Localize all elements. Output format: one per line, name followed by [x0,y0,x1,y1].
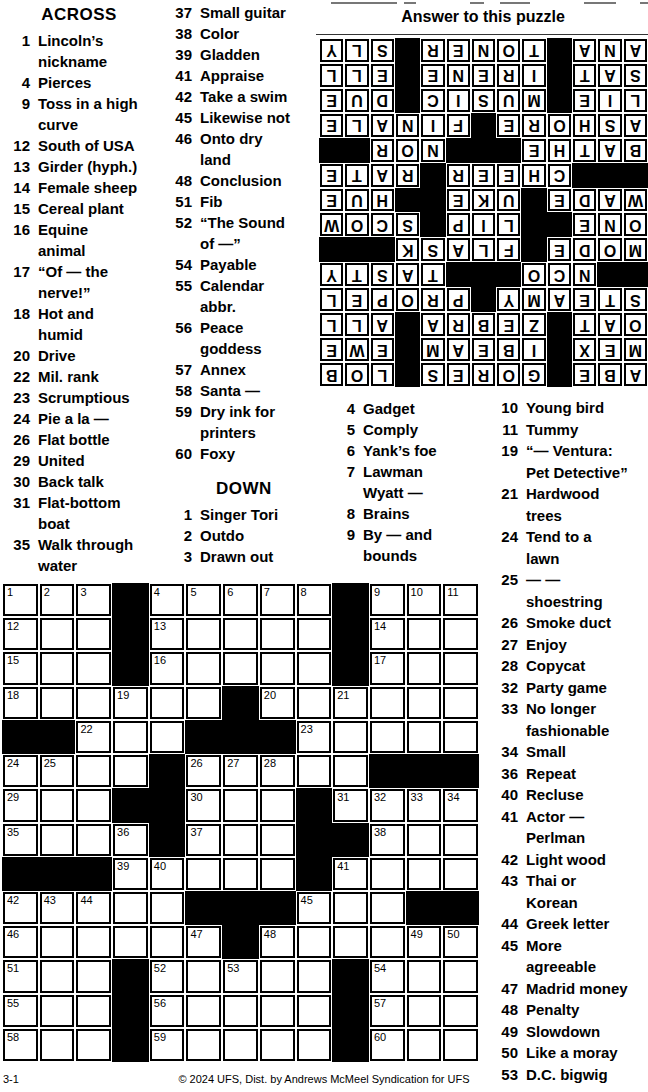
clue-across-13: 13Girder (hyph.) [2,156,156,177]
answer-letter-cell: A [597,138,622,163]
crossword-page: ACROSS 1Lincoln’s nickname4Pierces9Toss … [0,0,648,1092]
clue-text: Santa — [200,380,324,401]
clue-text: Appraise [200,65,324,86]
puzzle-cell[interactable] [39,925,76,959]
clue-across-30: 30Back talk [2,471,156,492]
answer-letter-cell: U [496,188,521,213]
cell-number: 37 [190,827,202,838]
answer-letter-cell: O [496,362,521,387]
puzzle-cell[interactable] [296,617,333,651]
clue-across-29: 29United [2,450,156,471]
puzzle-block-cell [296,823,333,857]
answer-letter-cell: T [572,312,597,337]
answer-letter-cell: L [344,63,369,88]
puzzle-cell[interactable]: 16 [149,651,186,685]
clue-text: Back talk [38,471,156,492]
puzzle-cell[interactable]: 27 [222,754,259,788]
answer-block-cell [572,163,597,188]
cell-number: 33 [411,792,423,803]
footer: 3-1 © 2024 UFS, Dist. by Andrews McMeel … [0,1073,648,1085]
puzzle-cell[interactable] [185,686,222,720]
answer-letter-cell: R [420,38,445,63]
answer-letter-cell: E [597,337,622,362]
puzzle-cell[interactable]: 18 [2,686,39,720]
clue-number: 16 [2,219,30,240]
clue-across-26: 26Flat bottle [2,429,156,450]
puzzle-cell[interactable] [39,686,76,720]
clue-text: Tend to a lawn [526,526,648,569]
answer-letter-cell: H [370,188,395,213]
puzzle-cell[interactable]: 47 [185,925,222,959]
puzzle-cell[interactable] [296,686,333,720]
answer-letter-cell: U [344,88,369,113]
puzzle-cell[interactable]: 19 [112,686,149,720]
puzzle-cell[interactable] [185,994,222,1028]
answer-block-cell [547,213,572,238]
answer-block-cell [395,312,420,337]
puzzle-cell[interactable] [442,994,479,1028]
answer-block-cell [547,337,572,362]
clue-text: Light wood [526,849,648,871]
clue-text: “Of — the nerve!” [38,261,156,303]
puzzle-cell[interactable]: 49 [406,925,443,959]
answer-letter-cell: H [572,113,597,138]
clue-text: Fib [200,191,324,212]
cell-number: 30 [190,792,202,803]
puzzle-cell[interactable] [39,1028,76,1062]
puzzle-cell[interactable] [222,617,259,651]
puzzle-cell[interactable]: 36 [112,823,149,857]
puzzle-cell[interactable]: 44 [75,891,112,925]
clue-text: Girder (hyph.) [38,156,156,177]
puzzle-block-cell [332,959,369,993]
clue-text: Madrid money [526,978,648,1000]
clue-down-28: 28Copycat [490,655,648,677]
puzzle-block-cell [39,720,76,754]
puzzle-cell[interactable] [406,959,443,993]
cell-number: 9 [374,587,380,598]
answer-letter-cell: T [597,287,622,312]
puzzle-block-cell [222,891,259,925]
puzzle-cell[interactable] [185,1028,222,1062]
puzzle-cell[interactable]: 17 [369,651,406,685]
puzzle-cell[interactable]: 48 [259,925,296,959]
puzzle-cell[interactable] [222,1028,259,1062]
puzzle-cell[interactable] [222,857,259,891]
puzzle-cell[interactable]: 30 [185,788,222,822]
puzzle-cell[interactable] [296,925,333,959]
answer-letter-cell: N [471,38,496,63]
answer-block-cell [547,362,572,387]
puzzle-cell[interactable]: 4 [149,583,186,617]
clue-across-15: 15Cereal plant [2,198,156,219]
cell-number: 55 [7,998,19,1009]
clue-number: 11 [490,419,518,441]
puzzle-cell[interactable]: 51 [2,959,39,993]
puzzle-cell[interactable] [259,994,296,1028]
puzzle-block-cell [112,583,149,617]
puzzle-cell[interactable]: 37 [185,823,222,857]
answer-letter-cell: S [420,362,445,387]
clue-text: Drawn out [200,546,324,567]
answer-letter-cell: O [547,113,572,138]
cell-number: 47 [190,929,202,940]
puzzle-cell[interactable] [406,1028,443,1062]
clue-text: United [38,450,156,471]
clue-number: 51 [164,191,192,212]
answer-letter-cell: D [572,188,597,213]
puzzle-cell[interactable]: 12 [2,617,39,651]
puzzle-block-cell [149,754,186,788]
puzzle-cell[interactable]: 21 [332,686,369,720]
clue-text: Recluse [526,784,648,806]
clue-number: 45 [164,107,192,128]
puzzle-cell[interactable]: 55 [2,994,39,1028]
answer-letter-cell: L [319,287,344,312]
answer-letter-cell: E [319,88,344,113]
puzzle-cell[interactable]: 42 [2,891,39,925]
puzzle-cell[interactable] [442,823,479,857]
answer-letter-cell: I [420,113,445,138]
puzzle-cell[interactable] [442,1028,479,1062]
clue-number: 24 [2,408,30,429]
clue-text: Tummy [526,419,648,441]
puzzle-cell[interactable] [222,823,259,857]
cell-number: 48 [264,929,276,940]
answer-letter-cell: R [521,113,546,138]
answer-letter-cell: A [420,312,445,337]
puzzle-cell[interactable] [406,651,443,685]
answer-letter-cell: W [623,188,648,213]
puzzle-cell[interactable] [332,720,369,754]
answer-letter-cell: M [521,88,546,113]
answer-letter-cell: B [623,138,648,163]
puzzle-cell[interactable]: 57 [369,994,406,1028]
answer-letter-cell: E [572,287,597,312]
cell-number: 23 [301,724,313,735]
answer-letter-cell: T [420,262,445,287]
puzzle-cell[interactable]: 38 [369,823,406,857]
cell-number: 20 [264,690,276,701]
puzzle-cell[interactable] [185,857,222,891]
puzzle-cell[interactable] [75,754,112,788]
puzzle-cell[interactable] [185,617,222,651]
puzzle-cell[interactable]: 34 [442,788,479,822]
puzzle-cell[interactable] [39,994,76,1028]
puzzle-cell[interactable]: 59 [149,1028,186,1062]
clue-number: 55 [164,275,192,296]
answer-letter-cell: R [420,287,445,312]
puzzle-block-cell [112,651,149,685]
answer-block-cell [521,188,546,213]
puzzle-cell[interactable] [259,788,296,822]
puzzle-cell[interactable] [406,857,443,891]
answer-letter-cell: M [521,287,546,312]
puzzle-cell[interactable]: 3 [75,583,112,617]
puzzle-cell[interactable] [442,857,479,891]
puzzle-cell[interactable] [406,720,443,754]
puzzle-cell[interactable]: 54 [369,959,406,993]
clue-down-36: 36Repeat [490,763,648,785]
puzzle-cell[interactable] [259,617,296,651]
clue-text: Annex [200,359,324,380]
answer-letter-cell: O [521,262,546,287]
puzzle-cell[interactable] [75,651,112,685]
puzzle-cell[interactable] [369,686,406,720]
answer-block-cell [395,362,420,387]
puzzle-cell[interactable] [39,959,76,993]
answer-letter-cell: R [446,163,471,188]
puzzle-cell[interactable]: 50 [442,925,479,959]
clue-down-32: 32Party game [490,677,648,699]
puzzle-cell[interactable]: 15 [2,651,39,685]
puzzle-cell[interactable] [332,925,369,959]
puzzle-cell[interactable]: 56 [149,994,186,1028]
puzzle-cell[interactable]: 41 [332,857,369,891]
answer-letter-cell: L [471,237,496,262]
clue-down-45: 45More agreeable [490,935,648,978]
answer-letter-cell: I [521,63,546,88]
puzzle-cell[interactable] [75,925,112,959]
clue-down-6: 6Yank’s foe [327,440,479,461]
answer-letter-cell: E [496,113,521,138]
puzzle-cell[interactable]: 9 [369,583,406,617]
puzzle-cell[interactable] [112,754,149,788]
cell-number: 35 [7,827,19,838]
puzzle-cell[interactable] [259,1028,296,1062]
puzzle-cell[interactable] [406,686,443,720]
puzzle-cell[interactable]: 24 [2,754,39,788]
puzzle-cell[interactable] [369,720,406,754]
answer-letter-cell: O [597,237,622,262]
clue-text: Female sheep [38,177,156,198]
puzzle-cell[interactable]: 8 [296,583,333,617]
puzzle-cell[interactable] [75,959,112,993]
puzzle-cell[interactable] [75,823,112,857]
answer-letter-cell: P [446,213,471,238]
puzzle-cell[interactable] [406,617,443,651]
puzzle-cell[interactable] [296,994,333,1028]
answer-block-cell [344,237,369,262]
answer-letter-cell: L [319,312,344,337]
puzzle-cell[interactable]: 35 [2,823,39,857]
puzzle-cell[interactable] [406,994,443,1028]
puzzle-cell[interactable]: 32 [369,788,406,822]
puzzle-cell[interactable] [222,994,259,1028]
puzzle-cell[interactable]: 11 [442,583,479,617]
puzzle-cell[interactable]: 40 [149,857,186,891]
clue-across-16: 16Equine animal [2,219,156,261]
puzzle-cell[interactable] [149,925,186,959]
puzzle-cell[interactable] [442,959,479,993]
puzzle-cell[interactable]: 46 [2,925,39,959]
clue-down-9: 9By — and bounds [327,524,479,566]
puzzle-cell[interactable]: 20 [259,686,296,720]
puzzle-cell[interactable] [39,651,76,685]
puzzle-cell[interactable] [406,823,443,857]
puzzle-cell[interactable] [259,823,296,857]
answer-letter-cell: L [344,113,369,138]
clue-text: Copycat [526,655,648,677]
puzzle-block-cell [149,788,186,822]
cell-number: 50 [447,929,459,940]
puzzle-cell[interactable] [75,788,112,822]
puzzle-cell[interactable]: 10 [406,583,443,617]
answer-letter-cell: T [344,262,369,287]
puzzle-cell[interactable] [39,788,76,822]
puzzle-cell[interactable]: 23 [296,720,333,754]
clue-number: 8 [327,503,355,524]
puzzle-cell[interactable]: 31 [332,788,369,822]
puzzle-cell[interactable] [369,857,406,891]
puzzle-cell[interactable]: 13 [149,617,186,651]
answer-letter-cell: I [446,88,471,113]
clue-across-23: 23Scrumptious [2,387,156,408]
puzzle-cell[interactable] [332,891,369,925]
clue-down-4: 4Gadget [327,398,479,419]
crop-artifact [470,2,484,4]
puzzle-cell[interactable] [442,686,479,720]
clue-text: Equine animal [38,219,156,261]
puzzle-cell[interactable] [442,651,479,685]
cell-number: 41 [337,861,349,872]
puzzle-cell[interactable]: 52 [149,959,186,993]
crop-artifact [331,2,397,4]
answer-letter-cell: T [572,63,597,88]
puzzle-cell[interactable]: 53 [222,959,259,993]
answer-letter-cell: G [521,362,546,387]
clue-down-47: 47Madrid money [490,978,648,1000]
puzzle-cell[interactable]: 2 [39,583,76,617]
puzzle-cell[interactable] [259,651,296,685]
puzzle-cell[interactable]: 1 [2,583,39,617]
puzzle-cell[interactable] [149,720,186,754]
puzzle-cell[interactable] [185,651,222,685]
answer-letter-cell: C [547,163,572,188]
answer-letter-cell: M [623,337,648,362]
puzzle-cell[interactable] [39,617,76,651]
down-clue-list-2: 4Gadget5Comply6Yank’s foe7Lawman Wyatt —… [327,398,479,566]
puzzle-cell[interactable]: 29 [2,788,39,822]
answer-letter-cell: S [471,88,496,113]
puzzle-cell[interactable] [112,720,149,754]
answer-letter-cell: E [446,188,471,213]
clue-text: Calendar abbr. [200,275,324,317]
cell-number: 17 [374,655,386,666]
puzzle-cell[interactable] [442,617,479,651]
clue-text: Likewise not [200,107,324,128]
clue-text: Yank’s foe [363,440,479,461]
puzzle-cell[interactable] [75,1028,112,1062]
puzzle-cell[interactable]: 58 [2,1028,39,1062]
puzzle-cell[interactable]: 6 [222,583,259,617]
puzzle-cell[interactable]: 7 [259,583,296,617]
clue-number: 14 [2,177,30,198]
puzzle-cell[interactable] [259,959,296,993]
clue-text: Singer Tori [200,504,324,525]
puzzle-cell[interactable] [222,788,259,822]
puzzle-cell[interactable] [222,651,259,685]
puzzle-cell[interactable] [296,959,333,993]
clue-number: 50 [490,1042,518,1064]
puzzle-cell[interactable]: 22 [75,720,112,754]
answer-title: Answer to this puzzle [318,8,648,26]
puzzle-cell[interactable]: 45 [296,891,333,925]
clue-number: 4 [327,398,355,419]
puzzle-cell[interactable] [369,925,406,959]
answer-block-cell [471,113,496,138]
clue-number: 23 [2,387,30,408]
puzzle-block-cell [332,651,369,685]
puzzle-cell[interactable] [112,925,149,959]
down-clue-list-1: 1Singer Tori2Outdo3Drawn out [164,504,324,567]
cell-number: 11 [447,587,458,598]
puzzle-cell[interactable] [75,994,112,1028]
clue-across-55: 55Calendar abbr. [164,275,324,317]
cell-number: 7 [264,587,270,598]
puzzle-cell[interactable] [112,891,149,925]
puzzle-cell[interactable] [296,754,333,788]
clue-down-24: 24Tend to a lawn [490,526,648,569]
puzzle-cell[interactable] [149,891,186,925]
puzzle-cell[interactable]: 33 [406,788,443,822]
puzzle-cell[interactable]: 28 [259,754,296,788]
clue-number: 54 [164,254,192,275]
clue-number: 41 [164,65,192,86]
answer-letter-cell: N [572,262,597,287]
puzzle-cell[interactable] [149,686,186,720]
puzzle-cell[interactable]: 60 [369,1028,406,1062]
clue-number: 17 [2,261,30,282]
answer-letter-cell: F [446,113,471,138]
puzzle-cell[interactable] [75,617,112,651]
puzzle-cell[interactable]: 25 [39,754,76,788]
answer-letter-cell: O [623,312,648,337]
puzzle-cell[interactable] [296,1028,333,1062]
across-clues-column: ACROSS 1Lincoln’s nickname4Pierces9Toss … [2,5,156,576]
puzzle-cell[interactable] [369,891,406,925]
puzzle-cell[interactable]: 26 [185,754,222,788]
answer-block-cell [446,262,471,287]
puzzle-cell[interactable]: 5 [185,583,222,617]
clue-number: 35 [2,534,30,555]
clue-down-43: 43Thai or Korean [490,870,648,913]
answer-letter-cell: D [370,88,395,113]
clue-across-54: 54Payable [164,254,324,275]
clue-number: 18 [2,303,30,324]
puzzle-cell[interactable] [259,857,296,891]
answer-letter-cell: E [370,337,395,362]
cell-number: 25 [44,758,56,769]
answer-letter-cell: T [521,38,546,63]
puzzle-cell[interactable] [296,651,333,685]
cell-number: 2 [44,587,50,598]
puzzle-block-cell [2,857,39,891]
puzzle-cell[interactable]: 43 [39,891,76,925]
clue-across-51: 51Fib [164,191,324,212]
puzzle-cell[interactable]: 14 [369,617,406,651]
answer-block-cell [319,138,344,163]
puzzle-cell[interactable]: 39 [112,857,149,891]
puzzle-cell[interactable] [185,959,222,993]
puzzle-cell[interactable] [442,720,479,754]
puzzle-block-cell [222,720,259,754]
puzzle-cell[interactable] [332,754,369,788]
puzzle-cell[interactable] [39,823,76,857]
puzzle-block-cell [442,754,479,788]
cell-number: 52 [154,963,166,974]
puzzle-cell[interactable] [75,686,112,720]
